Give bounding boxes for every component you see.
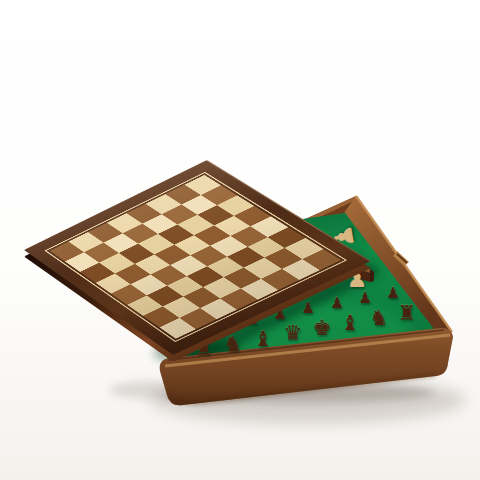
back_row_dark-pawn: ♟	[358, 291, 371, 306]
front_row_dark-bishop: ♝	[341, 313, 360, 334]
front_row_dark-king: ♚	[313, 318, 332, 339]
front_row_dark-knight: ♞	[224, 334, 243, 355]
back_row_dark-pawn: ♟	[386, 286, 399, 301]
chess-set-photo: ♟♟♟♟♟♟♜♞♝♛♚♝♞♜♟♟	[0, 0, 480, 480]
front_row_dark-rook: ♜	[398, 303, 417, 324]
front_row_dark-queen: ♛	[284, 323, 303, 344]
front_row_dark-knight: ♞	[370, 308, 389, 329]
back_row_dark-pawn: ♟	[330, 296, 343, 311]
back_row_dark-pawn: ♟	[301, 301, 314, 316]
front_row_dark-bishop: ♝	[254, 329, 273, 350]
